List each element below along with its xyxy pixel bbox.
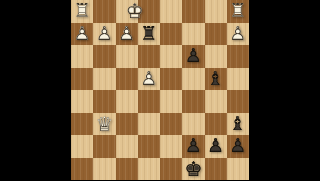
square-d6[interactable] bbox=[160, 113, 182, 136]
piece-black-pawn[interactable]: ♟♙ bbox=[205, 135, 227, 158]
piece-white-pawn[interactable]: ♟♙ bbox=[116, 23, 138, 46]
square-e8[interactable] bbox=[138, 158, 160, 181]
square-b8[interactable] bbox=[205, 158, 227, 181]
piece-white-pawn[interactable]: ♟♙ bbox=[71, 23, 93, 46]
piece-white-queen[interactable]: ♛♕ bbox=[93, 113, 115, 136]
square-g4[interactable] bbox=[93, 68, 115, 91]
piece-white-rook[interactable]: ♜♖ bbox=[71, 0, 93, 23]
square-c3[interactable]: ♟♙ bbox=[182, 45, 204, 68]
square-d3[interactable] bbox=[160, 45, 182, 68]
chess-board: ♜♖♚♔♜♖♟♙♟♙♟♙♜♖♟♙♟♙♟♙♝♗♛♕♝♗♟♙♟♙♟♙♚♔ bbox=[71, 0, 249, 180]
square-a5[interactable] bbox=[227, 90, 249, 113]
piece-black-rook[interactable]: ♜♖ bbox=[138, 23, 160, 46]
square-b2[interactable] bbox=[205, 23, 227, 46]
piece-black-pawn[interactable]: ♟♙ bbox=[182, 135, 204, 158]
square-d4[interactable] bbox=[160, 68, 182, 91]
square-e2[interactable]: ♜♖ bbox=[138, 23, 160, 46]
square-d8[interactable] bbox=[160, 158, 182, 181]
square-c1[interactable] bbox=[182, 0, 204, 23]
square-a6[interactable]: ♝♗ bbox=[227, 113, 249, 136]
piece-black-bishop[interactable]: ♝♗ bbox=[205, 68, 227, 91]
square-b1[interactable] bbox=[205, 0, 227, 23]
square-b4[interactable]: ♝♗ bbox=[205, 68, 227, 91]
square-e6[interactable] bbox=[138, 113, 160, 136]
square-f6[interactable] bbox=[116, 113, 138, 136]
square-h3[interactable] bbox=[71, 45, 93, 68]
square-h4[interactable] bbox=[71, 68, 93, 91]
square-a1[interactable]: ♜♖ bbox=[227, 0, 249, 23]
piece-black-king[interactable]: ♚♔ bbox=[182, 158, 204, 181]
square-g5[interactable] bbox=[93, 90, 115, 113]
square-a8[interactable] bbox=[227, 158, 249, 181]
square-g8[interactable] bbox=[93, 158, 115, 181]
square-b7[interactable]: ♟♙ bbox=[205, 135, 227, 158]
square-b5[interactable] bbox=[205, 90, 227, 113]
square-f7[interactable] bbox=[116, 135, 138, 158]
square-a4[interactable] bbox=[227, 68, 249, 91]
square-f1[interactable]: ♚♔ bbox=[116, 0, 138, 23]
square-c5[interactable] bbox=[182, 90, 204, 113]
square-h6[interactable] bbox=[71, 113, 93, 136]
square-b6[interactable] bbox=[205, 113, 227, 136]
square-h5[interactable] bbox=[71, 90, 93, 113]
square-d7[interactable] bbox=[160, 135, 182, 158]
square-d1[interactable] bbox=[160, 0, 182, 23]
square-g1[interactable] bbox=[93, 0, 115, 23]
square-d5[interactable] bbox=[160, 90, 182, 113]
square-c7[interactable]: ♟♙ bbox=[182, 135, 204, 158]
square-a7[interactable]: ♟♙ bbox=[227, 135, 249, 158]
letterboxed-background: ♜♖♚♔♜♖♟♙♟♙♟♙♜♖♟♙♟♙♟♙♝♗♛♕♝♗♟♙♟♙♟♙♚♔ bbox=[0, 0, 320, 180]
square-c4[interactable] bbox=[182, 68, 204, 91]
square-f2[interactable]: ♟♙ bbox=[116, 23, 138, 46]
piece-black-bishop[interactable]: ♝♗ bbox=[227, 113, 249, 136]
square-h7[interactable] bbox=[71, 135, 93, 158]
square-a3[interactable] bbox=[227, 45, 249, 68]
square-e7[interactable] bbox=[138, 135, 160, 158]
square-g6[interactable]: ♛♕ bbox=[93, 113, 115, 136]
square-g2[interactable]: ♟♙ bbox=[93, 23, 115, 46]
piece-black-pawn[interactable]: ♟♙ bbox=[182, 45, 204, 68]
piece-white-rook[interactable]: ♜♖ bbox=[227, 0, 249, 23]
square-g3[interactable] bbox=[93, 45, 115, 68]
square-g7[interactable] bbox=[93, 135, 115, 158]
square-f3[interactable] bbox=[116, 45, 138, 68]
piece-white-pawn[interactable]: ♟♙ bbox=[227, 23, 249, 46]
piece-white-pawn[interactable]: ♟♙ bbox=[93, 23, 115, 46]
piece-white-king[interactable]: ♚♔ bbox=[124, 0, 146, 23]
square-c2[interactable] bbox=[182, 23, 204, 46]
square-e3[interactable] bbox=[138, 45, 160, 68]
square-f4[interactable] bbox=[116, 68, 138, 91]
square-e4[interactable]: ♟♙ bbox=[138, 68, 160, 91]
square-h1[interactable]: ♜♖ bbox=[71, 0, 93, 23]
square-d2[interactable] bbox=[160, 23, 182, 46]
piece-black-pawn[interactable]: ♟♙ bbox=[227, 135, 249, 158]
square-b3[interactable] bbox=[205, 45, 227, 68]
square-f5[interactable] bbox=[116, 90, 138, 113]
square-c8[interactable]: ♚♔ bbox=[182, 158, 204, 181]
square-h8[interactable] bbox=[71, 158, 93, 181]
square-h2[interactable]: ♟♙ bbox=[71, 23, 93, 46]
square-a2[interactable]: ♟♙ bbox=[227, 23, 249, 46]
square-f8[interactable] bbox=[116, 158, 138, 181]
square-c6[interactable] bbox=[182, 113, 204, 136]
square-e5[interactable] bbox=[138, 90, 160, 113]
piece-white-pawn[interactable]: ♟♙ bbox=[138, 68, 160, 91]
